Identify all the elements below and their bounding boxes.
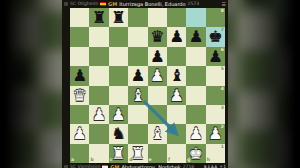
square-d1[interactable]: ♜d <box>128 144 147 163</box>
material-advantage: +1 <box>219 163 226 168</box>
square-b2[interactable] <box>89 124 108 143</box>
square-b4[interactable] <box>89 86 108 105</box>
bottom-player-team: SC Viernheim <box>70 163 100 168</box>
square-f2[interactable] <box>167 124 186 143</box>
piece-white-queen: ♛ <box>70 86 89 105</box>
square-c5[interactable] <box>109 66 128 85</box>
square-e3[interactable] <box>148 105 167 124</box>
square-a7[interactable] <box>70 27 89 46</box>
top-player-bar[interactable]: SC Ötigheim GM Iturrizaga Bonelli, Eduar… <box>62 0 228 8</box>
rank-label: 7 <box>221 28 224 33</box>
square-c4[interactable] <box>109 86 128 105</box>
square-h3[interactable]: 3 <box>206 105 225 124</box>
top-player-rating: 2573 <box>188 0 199 8</box>
square-c7[interactable] <box>109 27 128 46</box>
square-g3[interactable] <box>186 105 205 124</box>
square-b5[interactable] <box>89 66 108 85</box>
square-h4[interactable]: 4 <box>206 86 225 105</box>
square-b1[interactable]: b <box>89 144 108 163</box>
square-d8[interactable] <box>128 8 147 27</box>
square-a2[interactable]: ♟ <box>70 124 89 143</box>
square-f1[interactable]: f <box>167 144 186 163</box>
video-frame: ♜♜♛♟♟♚♟♟♟♟♟♝♛♝♟♟♟♟♞♝♟♟♜♜♚ SC Ötigheim GM… <box>0 0 300 168</box>
chess-app: SC Ötigheim GM Iturrizaga Bonelli, Eduar… <box>62 0 228 168</box>
piece-white-pawn: ♟ <box>109 105 128 124</box>
square-h1[interactable]: 1h <box>206 144 225 163</box>
top-player-name: Iturrizaga Bonelli, Eduardo <box>119 0 185 8</box>
square-e2[interactable]: ♝ <box>148 124 167 143</box>
square-g4[interactable] <box>186 86 205 105</box>
square-f4[interactable]: ♟ <box>167 86 186 105</box>
square-a6[interactable] <box>70 47 89 66</box>
square-b7[interactable] <box>89 27 108 46</box>
piece-black-rook: ♜ <box>109 8 128 27</box>
square-h2[interactable]: ♟2 <box>206 124 225 143</box>
piece-black-pawn: ♟ <box>167 27 186 46</box>
square-a3[interactable] <box>70 105 89 124</box>
square-c6[interactable] <box>109 47 128 66</box>
square-c1[interactable]: ♜c <box>109 144 128 163</box>
piece-black-queen: ♛ <box>148 27 167 46</box>
square-a5[interactable]: ♟ <box>70 66 89 85</box>
piece-white-bishop: ♝ <box>148 124 167 143</box>
square-h8[interactable]: 8 <box>206 8 225 27</box>
square-c2[interactable]: ♞ <box>109 124 128 143</box>
square-f8[interactable] <box>167 8 186 27</box>
square-e1[interactable]: e <box>148 144 167 163</box>
piece-white-bishop: ♝ <box>128 86 147 105</box>
piece-white-pawn: ♟ <box>148 66 167 85</box>
square-b8[interactable]: ♜ <box>89 8 108 27</box>
square-g6[interactable] <box>186 47 205 66</box>
board-badge-icon <box>64 165 68 168</box>
square-b6[interactable] <box>89 47 108 66</box>
square-h7[interactable]: ♚7 <box>206 27 225 46</box>
square-e6[interactable]: ♟ <box>148 47 167 66</box>
square-g5[interactable] <box>186 66 205 85</box>
chess-board: ♜♜8♛♟♟♚7♟♟6♟♟♟♝5♛♝♟4♟♟3♟♞♝♟♟2ab♜c♜def♚g1… <box>70 8 225 163</box>
square-g7[interactable]: ♟ <box>186 27 205 46</box>
piece-black-pawn: ♟ <box>148 47 167 66</box>
uzbekistan-flag-icon <box>102 165 108 168</box>
square-c8[interactable]: ♜ <box>109 8 128 27</box>
square-e5[interactable]: ♟ <box>148 66 167 85</box>
square-f5[interactable]: ♝ <box>167 66 186 85</box>
square-a1[interactable]: a <box>70 144 89 163</box>
file-label: e <box>149 158 152 163</box>
square-d5[interactable]: ♟ <box>128 66 147 85</box>
top-player-title: GM <box>108 0 117 8</box>
square-d3[interactable] <box>128 105 147 124</box>
rank-label: 2 <box>221 125 224 130</box>
square-f7[interactable]: ♟ <box>167 27 186 46</box>
square-h5[interactable]: 5 <box>206 66 225 85</box>
square-f3[interactable] <box>167 105 186 124</box>
piece-white-pawn: ♟ <box>167 86 186 105</box>
piece-black-pawn: ♟ <box>186 27 205 46</box>
board-badge-icon <box>64 2 68 6</box>
file-label: g <box>187 158 190 163</box>
piece-white-pawn: ♟ <box>70 124 89 143</box>
rank-label: 8 <box>221 9 224 14</box>
file-label: h <box>207 158 210 163</box>
square-g8[interactable] <box>186 8 205 27</box>
rank-label: 5 <box>221 67 224 72</box>
piece-black-pawn: ♟ <box>128 66 147 85</box>
rank-label: 6 <box>221 48 224 53</box>
file-label: f <box>168 158 170 163</box>
file-label: c <box>110 158 113 163</box>
square-d4[interactable]: ♝ <box>128 86 147 105</box>
rank-label: 1 <box>221 145 224 150</box>
piece-black-knight: ♞ <box>109 124 128 143</box>
rank-label: 4 <box>221 87 224 92</box>
square-c3[interactable]: ♟ <box>109 105 128 124</box>
top-player-team: SC Ötigheim <box>70 0 98 8</box>
rank-label: 3 <box>221 106 224 111</box>
file-label: b <box>90 158 93 163</box>
bottom-player-bar[interactable]: SC Viernheim GM Abdusattorov, Nodirbek 2… <box>62 163 228 168</box>
bottom-player-title: GM <box>110 163 119 168</box>
square-a8[interactable] <box>70 8 89 27</box>
piece-white-pawn: ♟ <box>186 124 205 143</box>
square-d7[interactable] <box>128 27 147 46</box>
file-label: d <box>129 158 132 163</box>
square-b3[interactable]: ♟ <box>89 105 108 124</box>
square-a4[interactable]: ♛ <box>70 86 89 105</box>
square-d6[interactable] <box>128 47 147 66</box>
piece-black-rook: ♜ <box>89 8 108 27</box>
captured-pieces: ♞♝♟♟ <box>203 163 217 168</box>
bottom-player-rating: 2716 <box>183 163 194 168</box>
square-f6[interactable] <box>167 47 186 66</box>
square-g2[interactable]: ♟ <box>186 124 205 143</box>
square-g1[interactable]: ♚g <box>186 144 205 163</box>
spain-flag-icon <box>100 2 106 6</box>
square-e4[interactable] <box>148 86 167 105</box>
piece-white-pawn: ♟ <box>89 105 108 124</box>
square-e7[interactable]: ♛ <box>148 27 167 46</box>
bottom-player-name: Abdusattorov, Nodirbek <box>121 163 180 168</box>
file-label: a <box>71 158 74 163</box>
square-d2[interactable] <box>128 124 147 143</box>
menu-icon[interactable]: ☰ <box>222 0 226 8</box>
piece-black-pawn: ♟ <box>70 66 89 85</box>
square-h6[interactable]: ♟6 <box>206 47 225 66</box>
piece-black-bishop: ♝ <box>167 66 186 85</box>
square-e8[interactable] <box>148 8 167 27</box>
